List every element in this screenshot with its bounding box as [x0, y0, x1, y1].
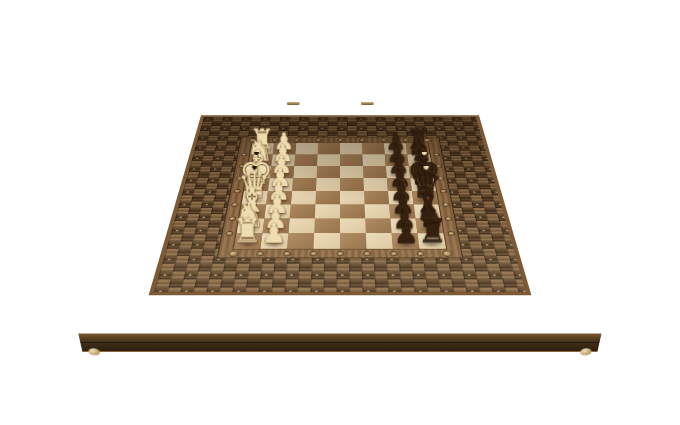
- medallion-icon: [284, 252, 290, 255]
- scene: ♜♟♟♜♞♟♟♞♝♟♟♝♚♟♟♚♛♟♟♛♝♟♟♝♞♟♟♞♜♟♟♜: [0, 0, 680, 425]
- square-h6[interactable]: [362, 143, 385, 154]
- square-a4[interactable]: [313, 233, 340, 249]
- square-a8[interactable]: ♜: [418, 233, 447, 249]
- product-photo: ♜♟♟♜♞♟♟♞♝♟♟♝♚♟♟♚♛♟♟♛♝♟♟♝♞♟♟♞♜♟♟♜: [0, 0, 680, 425]
- square-g4[interactable]: [317, 154, 340, 166]
- medallion-icon: [417, 252, 423, 255]
- board-foot-right: [579, 348, 592, 355]
- square-c5[interactable]: [340, 204, 365, 218]
- square-h3[interactable]: [295, 143, 318, 154]
- clasp-icon: [287, 102, 300, 105]
- square-b6[interactable]: [365, 218, 391, 233]
- white-rook[interactable]: ♜: [233, 214, 263, 247]
- medallion-icon: [443, 251, 452, 256]
- square-g3[interactable]: [294, 154, 317, 166]
- square-e6[interactable]: [363, 178, 388, 191]
- square-a6[interactable]: [366, 233, 393, 249]
- square-c4[interactable]: [315, 204, 340, 218]
- medallion-icon: [310, 252, 316, 255]
- square-e3[interactable]: [292, 178, 317, 191]
- square-c6[interactable]: [365, 204, 391, 218]
- square-d5[interactable]: [340, 191, 365, 204]
- square-d3[interactable]: [291, 191, 316, 204]
- medallion-icon: [337, 252, 343, 255]
- square-d4[interactable]: [315, 191, 340, 204]
- square-d6[interactable]: [364, 191, 389, 204]
- square-a3[interactable]: [287, 233, 314, 249]
- square-f5[interactable]: [340, 166, 363, 178]
- medallion-icon: [257, 252, 263, 255]
- square-b5[interactable]: [340, 218, 366, 233]
- square-a7[interactable]: ♟: [392, 233, 420, 249]
- square-b3[interactable]: [288, 218, 314, 233]
- square-b4[interactable]: [314, 218, 340, 233]
- medallion-icon: [391, 252, 397, 255]
- square-c3[interactable]: [290, 204, 316, 218]
- clasp-icon: [361, 102, 374, 105]
- medallion-icon: [359, 139, 364, 141]
- square-e4[interactable]: [316, 178, 340, 191]
- square-h4[interactable]: [318, 143, 340, 154]
- square-f4[interactable]: [317, 166, 340, 178]
- board-foot-left: [88, 348, 101, 355]
- black-pawn[interactable]: ♟: [394, 220, 419, 248]
- square-g6[interactable]: [362, 154, 385, 166]
- board-side-face: [78, 333, 601, 352]
- medallion-icon: [226, 232, 232, 235]
- chess-board: ♜♟♟♜♞♟♟♞♝♟♟♝♚♟♟♚♛♟♟♛♝♟♟♝♞♟♟♞♜♟♟♜: [149, 115, 532, 295]
- square-h5[interactable]: [340, 143, 362, 154]
- medallion-icon: [338, 139, 343, 141]
- white-pawn[interactable]: ♟: [262, 220, 287, 248]
- black-rook[interactable]: ♜: [418, 214, 448, 247]
- medallion-icon: [364, 252, 370, 255]
- medallion-icon: [229, 251, 238, 256]
- playing-field: ♜♟♟♜♞♟♟♞♝♟♟♝♚♟♟♚♛♟♟♛♝♟♟♝♞♟♟♞♜♟♟♜: [234, 143, 446, 248]
- square-a2[interactable]: ♟: [260, 233, 288, 249]
- square-a1[interactable]: ♜: [234, 233, 263, 249]
- medallion-band: ♜♟♟♜♞♟♟♞♝♟♟♝♚♟♟♚♛♟♟♛♝♟♟♝♞♟♟♞♜♟♟♜: [217, 137, 464, 258]
- square-a5[interactable]: [340, 233, 367, 249]
- square-e5[interactable]: [340, 178, 364, 191]
- square-f3[interactable]: [293, 166, 317, 178]
- medallion-icon: [316, 139, 321, 141]
- square-g5[interactable]: [340, 154, 363, 166]
- square-f6[interactable]: [363, 166, 387, 178]
- medallion-icon: [448, 232, 454, 235]
- medallion-icon: [294, 139, 299, 141]
